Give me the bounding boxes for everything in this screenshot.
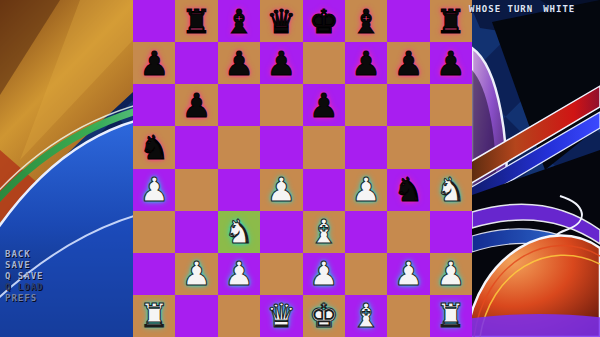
square-h8[interactable]: ♜ (430, 0, 472, 42)
square-f7[interactable]: ♟ (345, 42, 387, 84)
white-knight-piece: ♞ (224, 215, 254, 248)
square-f3[interactable] (345, 211, 387, 253)
square-a4[interactable]: ♟ (133, 169, 175, 211)
black-pawn-piece: ♟ (139, 47, 169, 80)
square-e1[interactable]: ♚ (303, 295, 345, 337)
square-g8[interactable] (387, 0, 429, 42)
square-b4[interactable] (175, 169, 217, 211)
square-g4[interactable]: ♞ (387, 169, 429, 211)
white-knight-piece: ♞ (436, 173, 466, 206)
square-g2[interactable]: ♟ (387, 253, 429, 295)
square-c8[interactable]: ♝ (218, 0, 260, 42)
square-f6[interactable] (345, 84, 387, 126)
square-f2[interactable] (345, 253, 387, 295)
black-pawn-piece: ♟ (394, 47, 424, 80)
square-d1[interactable]: ♛ (260, 295, 302, 337)
square-d2[interactable] (260, 253, 302, 295)
square-g7[interactable]: ♟ (387, 42, 429, 84)
square-d8[interactable]: ♛ (260, 0, 302, 42)
menu-item-q-load[interactable]: Q LOAD (5, 282, 44, 293)
white-pawn-piece: ♟ (351, 173, 381, 206)
white-king-piece: ♚ (309, 299, 339, 332)
black-pawn-piece: ♟ (182, 89, 212, 122)
white-bishop-piece: ♝ (309, 215, 339, 248)
square-a8[interactable] (133, 0, 175, 42)
square-a1[interactable]: ♜ (133, 295, 175, 337)
white-pawn-piece: ♟ (436, 257, 466, 290)
white-pawn-piece: ♟ (182, 257, 212, 290)
white-pawn-piece: ♟ (309, 257, 339, 290)
square-b6[interactable]: ♟ (175, 84, 217, 126)
menu: BACKSAVEQ SAVEQ LOADPREFS (5, 249, 44, 304)
square-h2[interactable]: ♟ (430, 253, 472, 295)
black-pawn-piece: ♟ (224, 47, 254, 80)
square-d7[interactable]: ♟ (260, 42, 302, 84)
square-e8[interactable]: ♚ (303, 0, 345, 42)
square-h3[interactable] (430, 211, 472, 253)
white-rook-piece: ♜ (139, 299, 169, 332)
square-g3[interactable] (387, 211, 429, 253)
white-queen-piece: ♛ (267, 299, 297, 332)
square-a6[interactable] (133, 84, 175, 126)
square-e7[interactable] (303, 42, 345, 84)
square-c6[interactable] (218, 84, 260, 126)
square-c7[interactable]: ♟ (218, 42, 260, 84)
turn-label: WHOSE TURN (469, 4, 533, 14)
square-b7[interactable] (175, 42, 217, 84)
square-h5[interactable] (430, 126, 472, 168)
square-c2[interactable]: ♟ (218, 253, 260, 295)
black-pawn-piece: ♟ (267, 47, 297, 80)
square-e4[interactable] (303, 169, 345, 211)
black-bishop-piece: ♝ (224, 5, 254, 38)
square-g6[interactable] (387, 84, 429, 126)
square-a2[interactable] (133, 253, 175, 295)
turn-value: WHITE (543, 4, 575, 14)
square-b3[interactable] (175, 211, 217, 253)
black-rook-piece: ♜ (436, 5, 466, 38)
square-g5[interactable] (387, 126, 429, 168)
white-pawn-piece: ♟ (394, 257, 424, 290)
square-b5[interactable] (175, 126, 217, 168)
square-a7[interactable]: ♟ (133, 42, 175, 84)
black-knight-piece: ♞ (139, 131, 169, 164)
square-c3[interactable]: ♞ (218, 211, 260, 253)
square-g1[interactable] (387, 295, 429, 337)
black-pawn-piece: ♟ (351, 47, 381, 80)
square-h1[interactable]: ♜ (430, 295, 472, 337)
square-e3[interactable]: ♝ (303, 211, 345, 253)
square-d3[interactable] (260, 211, 302, 253)
menu-item-save[interactable]: SAVE (5, 260, 44, 271)
square-c1[interactable] (218, 295, 260, 337)
white-pawn-piece: ♟ (139, 173, 169, 206)
square-a3[interactable] (133, 211, 175, 253)
square-a5[interactable]: ♞ (133, 126, 175, 168)
square-h4[interactable]: ♞ (430, 169, 472, 211)
black-pawn-piece: ♟ (309, 89, 339, 122)
square-b8[interactable]: ♜ (175, 0, 217, 42)
square-b2[interactable]: ♟ (175, 253, 217, 295)
white-pawn-piece: ♟ (224, 257, 254, 290)
menu-item-back[interactable]: BACK (5, 249, 44, 260)
square-e5[interactable] (303, 126, 345, 168)
square-e2[interactable]: ♟ (303, 253, 345, 295)
square-b1[interactable] (175, 295, 217, 337)
black-queen-piece: ♛ (267, 5, 297, 38)
white-rook-piece: ♜ (436, 299, 466, 332)
game-window: ♜♝♛♚♝♜♟♟♟♟♟♟♟♟♞♟♟♟♞♞♞♝♟♟♟♟♟♜♛♚♝♜ WHOSE T… (0, 0, 600, 337)
turn-indicator: WHOSE TURNWHITE (469, 4, 575, 14)
square-e6[interactable]: ♟ (303, 84, 345, 126)
black-bishop-piece: ♝ (351, 5, 381, 38)
white-bishop-piece: ♝ (351, 299, 381, 332)
menu-item-prefs[interactable]: PREFS (5, 293, 44, 304)
square-h6[interactable] (430, 84, 472, 126)
square-f5[interactable] (345, 126, 387, 168)
square-d5[interactable] (260, 126, 302, 168)
square-d4[interactable]: ♟ (260, 169, 302, 211)
square-f4[interactable]: ♟ (345, 169, 387, 211)
white-pawn-piece: ♟ (267, 173, 297, 206)
square-c4[interactable] (218, 169, 260, 211)
square-d6[interactable] (260, 84, 302, 126)
menu-item-q-save[interactable]: Q SAVE (5, 271, 44, 282)
black-king-piece: ♚ (309, 5, 339, 38)
square-c5[interactable] (218, 126, 260, 168)
black-pawn-piece: ♟ (436, 47, 466, 80)
square-f8[interactable]: ♝ (345, 0, 387, 42)
chess-board: ♜♝♛♚♝♜♟♟♟♟♟♟♟♟♞♟♟♟♞♞♞♝♟♟♟♟♟♜♛♚♝♜ (133, 0, 472, 337)
black-rook-piece: ♜ (182, 5, 212, 38)
square-h7[interactable]: ♟ (430, 42, 472, 84)
black-knight-piece: ♞ (394, 173, 424, 206)
square-f1[interactable]: ♝ (345, 295, 387, 337)
